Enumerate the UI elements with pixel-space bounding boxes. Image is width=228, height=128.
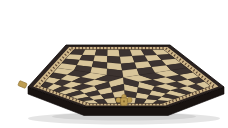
cell[interactable] <box>107 50 120 57</box>
three-player-chess-photo <box>0 0 228 128</box>
three-player-chess-board <box>0 0 228 128</box>
cell[interactable] <box>95 50 108 56</box>
brass-hinge-icon <box>18 81 27 89</box>
